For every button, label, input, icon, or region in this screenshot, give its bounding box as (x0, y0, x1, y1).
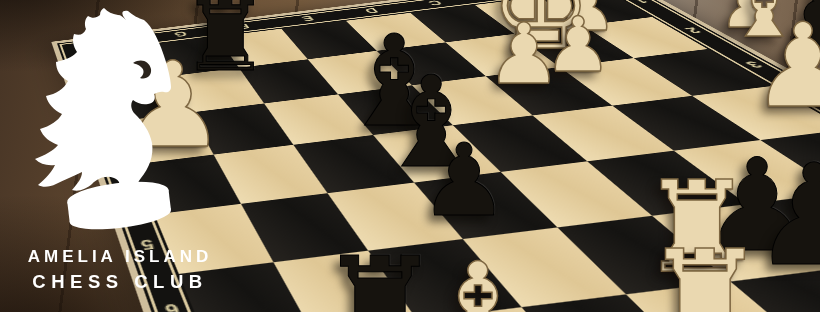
club-logo: AMELIA ISLAND CHESS CLUB (0, 0, 250, 312)
club-name-line2: CHESS CLUB (4, 269, 236, 295)
club-name: AMELIA ISLAND CHESS CLUB (4, 244, 236, 295)
seahorse-knight-icon (30, 8, 180, 238)
club-name-line1: AMELIA ISLAND (4, 244, 236, 269)
chess-club-banner: HGFEDCBA1122334455667788HGFEDCBA ♟♟♝♚♟♜♟… (0, 0, 820, 312)
